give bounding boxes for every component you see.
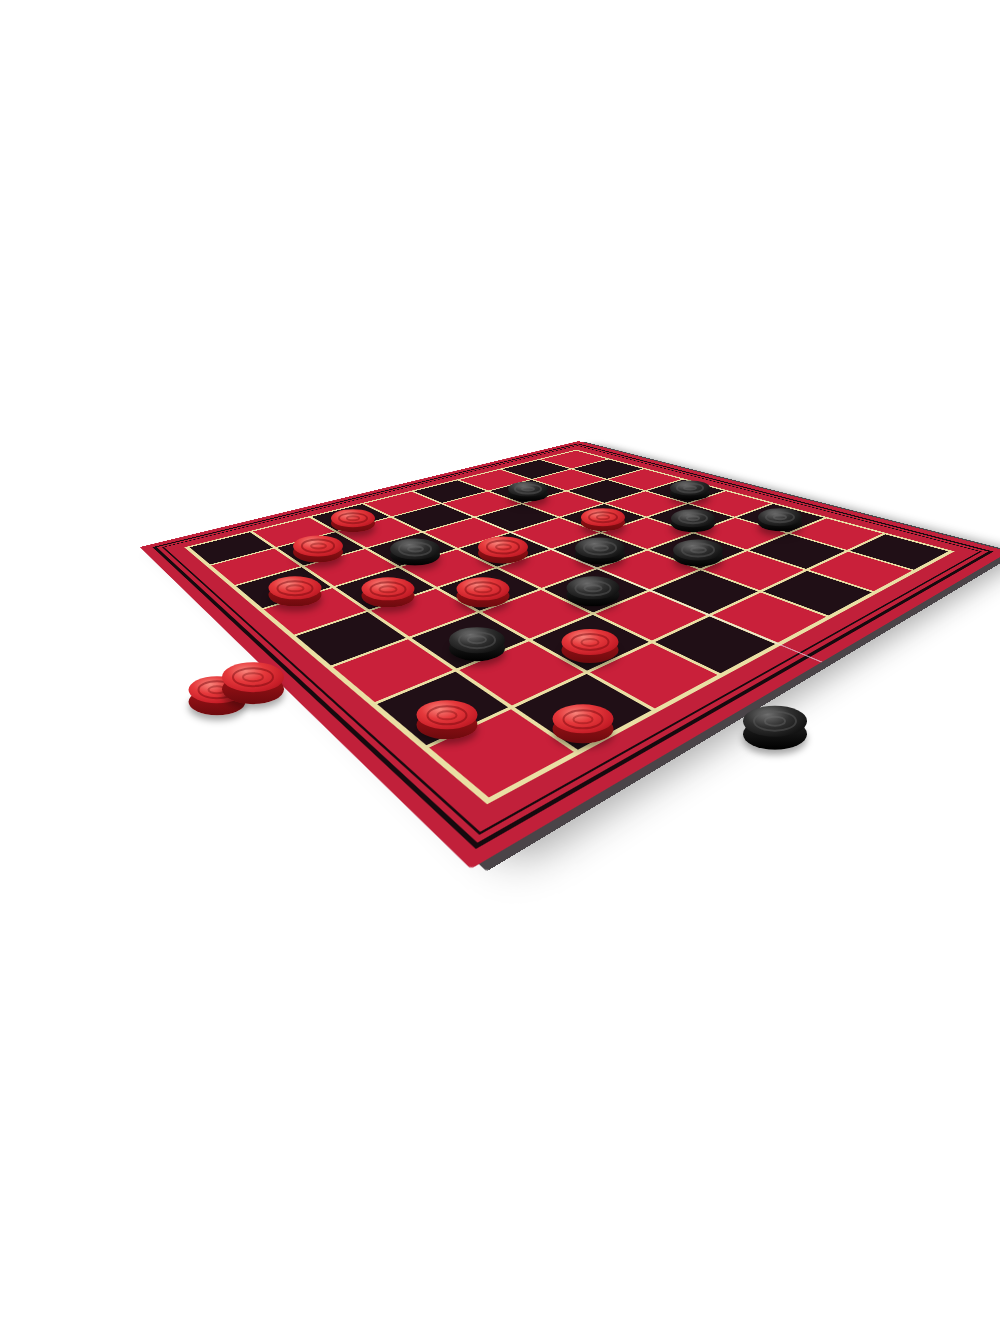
black-mid-right-checker[interactable]: ⛀ (673, 540, 723, 561)
red-checker-top (331, 509, 375, 527)
red-mid-center-checker[interactable]: ⛂ (478, 537, 528, 558)
black-checker-top (390, 539, 440, 560)
red-checker-top (553, 704, 614, 733)
red-upper-mid-checker[interactable]: ⛂ (581, 508, 625, 526)
black-checker-top (575, 538, 625, 559)
black-checker-top (743, 706, 807, 737)
black-lower-left-checker[interactable]: ⛀ (449, 627, 505, 653)
black-far-left-checker[interactable]: ⛀ (508, 481, 548, 496)
black-checker-top (449, 627, 505, 653)
red-checker-top (293, 536, 343, 557)
red-off-table-left-front-checker[interactable]: ⛂ (222, 662, 284, 692)
red-near-left-checker[interactable]: ⛂ (417, 700, 478, 729)
black-checker-top (671, 509, 715, 527)
red-mid-left-checker[interactable]: ⛂ (293, 536, 343, 557)
black-far-corner-checker[interactable]: ⛀ (670, 480, 710, 495)
red-row3-right-checker[interactable]: ⛂ (457, 577, 510, 600)
black-checker-top (673, 540, 723, 561)
black-mid-left-checker[interactable]: ⛀ (390, 539, 440, 560)
red-checker-top (478, 537, 528, 558)
black-upper-right-checker[interactable]: ⛀ (758, 508, 802, 526)
red-checker-top (222, 662, 284, 692)
black-upper-mid-checker[interactable]: ⛀ (671, 509, 715, 527)
red-checker-top (581, 508, 625, 526)
pieces-layer: ⛀⛀⛂⛂⛀⛀⛂⛀⛂⛀⛀⛂⛂⛂⛀⛀⛂⛂⛂⛂⛂⛀ (0, 0, 1000, 1320)
red-upper-left-checker[interactable]: ⛂ (331, 509, 375, 527)
red-checker-top (417, 700, 478, 729)
red-checker-top (562, 629, 619, 655)
black-checker-top (758, 508, 802, 526)
red-row3-mid-checker[interactable]: ⛂ (362, 577, 415, 600)
red-near-right-checker[interactable]: ⛂ (553, 704, 614, 733)
photo-background: ⛀⛀⛂⛂⛀⛀⛂⛀⛂⛀⛀⛂⛂⛂⛀⛀⛂⛂⛂⛂⛂⛀ (0, 0, 1000, 1320)
black-off-table-right-checker[interactable]: ⛀ (743, 706, 807, 737)
red-lower-right-checker[interactable]: ⛂ (562, 629, 619, 655)
black-mid-center-checker[interactable]: ⛀ (575, 538, 625, 559)
black-row3-right-checker[interactable]: ⛀ (567, 576, 620, 599)
red-row3-left-checker[interactable]: ⛂ (269, 576, 322, 599)
